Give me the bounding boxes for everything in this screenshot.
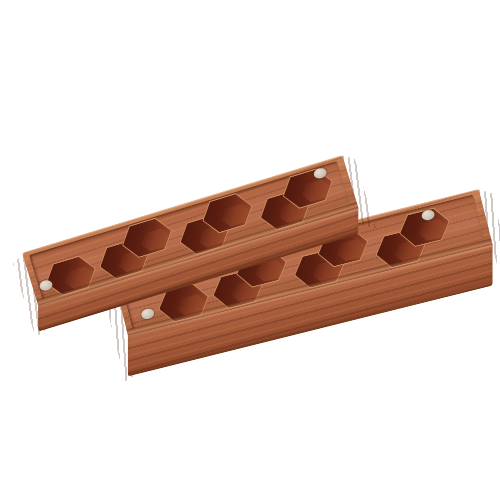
hex-pit-lit-wall	[334, 237, 369, 263]
magnet-dot	[140, 307, 155, 320]
hex-pit-lit-wall	[138, 226, 173, 253]
hex-pit-lit-wall	[218, 202, 253, 229]
hex-pit-lit-wall	[299, 177, 334, 204]
hex-pit-lit-wall	[415, 217, 450, 243]
